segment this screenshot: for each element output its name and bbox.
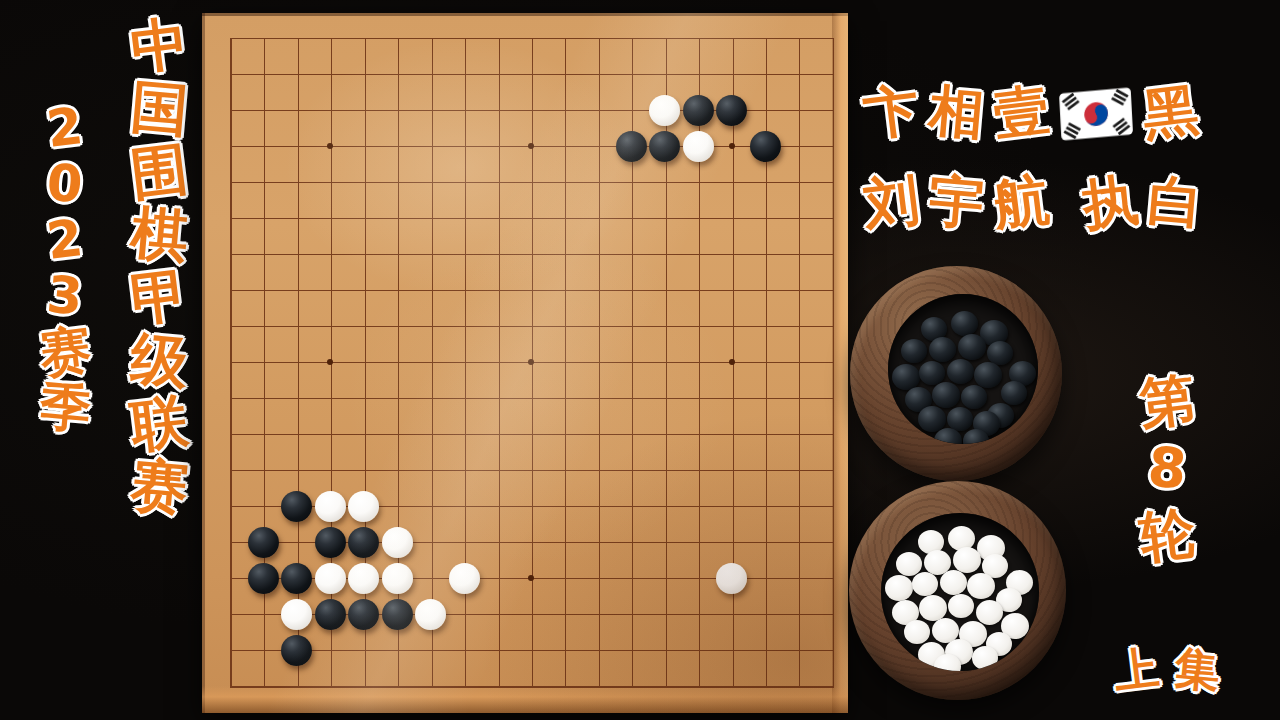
text-char: 甲 bbox=[127, 263, 191, 332]
bowl-black-stone bbox=[892, 364, 920, 390]
bowl-black-stone bbox=[1001, 381, 1027, 405]
black-stone bbox=[281, 491, 312, 522]
bowl-black-stone bbox=[961, 385, 987, 409]
text-char: 白 bbox=[1145, 164, 1206, 243]
white-stone bbox=[683, 131, 714, 162]
white-color-label: 执白 bbox=[1083, 166, 1203, 240]
bowl-white-stone bbox=[976, 600, 1003, 625]
text-char: 卞 bbox=[860, 73, 924, 153]
text-char: 刘 bbox=[860, 163, 924, 243]
bowl-black-stone bbox=[951, 311, 978, 336]
text-char: 赛 bbox=[36, 321, 93, 383]
text-char: 3 bbox=[45, 267, 85, 326]
text-char: 赛 bbox=[128, 453, 190, 521]
text-char: 航 bbox=[990, 163, 1054, 243]
white-stone bbox=[281, 599, 312, 630]
season-label: 2023赛季 bbox=[34, 100, 96, 436]
bowl-black-stone bbox=[929, 337, 956, 362]
text-char: 宇 bbox=[926, 164, 987, 243]
south-korea-flag-icon bbox=[1058, 85, 1134, 141]
text-char: 第 bbox=[1136, 365, 1199, 438]
black-stone bbox=[248, 563, 279, 594]
bowl-white-stone bbox=[885, 575, 913, 601]
player-info-white: 刘宇航 执白 bbox=[864, 166, 1203, 240]
text-char: 执 bbox=[1079, 163, 1143, 243]
text-char: 棋 bbox=[128, 201, 190, 269]
bowl-black-stone bbox=[974, 362, 1002, 388]
bowl-white-stone bbox=[948, 594, 974, 618]
bowl-white-stone bbox=[919, 595, 947, 621]
text-char: 2 bbox=[44, 98, 86, 158]
text-char: 围 bbox=[127, 137, 191, 206]
bowl-white-stone bbox=[953, 547, 981, 573]
black-stone bbox=[683, 95, 714, 126]
black-stone bbox=[750, 131, 781, 162]
black-stone bbox=[649, 131, 680, 162]
bowl-white-stone bbox=[904, 620, 930, 644]
board-intersections bbox=[213, 20, 849, 704]
black-stone bbox=[281, 563, 312, 594]
bowl-white-stone bbox=[940, 570, 967, 595]
black-stone bbox=[382, 599, 413, 630]
text-char: 中 bbox=[127, 11, 191, 80]
text-char: 集 bbox=[1172, 638, 1222, 702]
text-char: 黑 bbox=[1139, 73, 1203, 153]
black-stone bbox=[315, 527, 346, 558]
bowl-white-stone bbox=[912, 572, 938, 596]
black-stone bbox=[348, 599, 379, 630]
bowl-black-stone bbox=[932, 382, 960, 408]
board-left-edge bbox=[202, 13, 205, 713]
star-point bbox=[327, 359, 333, 365]
bowl-black-stone bbox=[947, 359, 974, 384]
white-stone bbox=[315, 491, 346, 522]
text-char: 相 bbox=[926, 74, 987, 153]
star-point bbox=[528, 575, 534, 581]
white-stone bbox=[348, 563, 379, 594]
star-point bbox=[327, 143, 333, 149]
black-color-label: 黑 bbox=[1143, 76, 1198, 150]
white-bowl-opening bbox=[881, 513, 1039, 671]
text-char: 轮 bbox=[1136, 499, 1199, 572]
star-point bbox=[729, 359, 735, 365]
text-char: 2 bbox=[44, 210, 86, 270]
black-stone-bowl bbox=[850, 266, 1062, 481]
go-board bbox=[202, 13, 848, 713]
black-player-name: 卞相壹 bbox=[864, 76, 1049, 150]
white-stone bbox=[716, 563, 747, 594]
white-stone bbox=[382, 527, 413, 558]
bowl-black-stone bbox=[919, 361, 945, 385]
text-char: 国 bbox=[128, 75, 190, 143]
text-char: 联 bbox=[127, 389, 191, 458]
star-point bbox=[528, 359, 534, 365]
round-label: 第8轮 bbox=[1136, 368, 1198, 569]
bowl-white-stone bbox=[972, 646, 998, 670]
text-char: 级 bbox=[128, 327, 190, 395]
text-char: 季 bbox=[37, 378, 93, 438]
bowl-white-stone bbox=[967, 573, 995, 599]
bowl-black-stone bbox=[901, 339, 927, 363]
bowl-black-stone bbox=[958, 334, 986, 360]
board-top-edge bbox=[202, 13, 848, 16]
white-stone bbox=[415, 599, 446, 630]
text-char: 0 bbox=[45, 155, 85, 214]
text-char: 壹 bbox=[990, 73, 1054, 153]
black-stone bbox=[348, 527, 379, 558]
episode-label: 上集 bbox=[1114, 640, 1220, 700]
black-stone bbox=[716, 95, 747, 126]
white-stone-bowl bbox=[849, 481, 1066, 700]
black-stone bbox=[315, 599, 346, 630]
white-stone bbox=[649, 95, 680, 126]
player-info-black: 卞相壹 黑 bbox=[864, 76, 1198, 150]
video-frame: 2023赛季 中国围棋甲级联赛 卞相壹 bbox=[0, 0, 1280, 720]
black-bowl-opening bbox=[888, 294, 1038, 444]
white-stone bbox=[382, 563, 413, 594]
star-point bbox=[528, 143, 534, 149]
white-player-name: 刘宇航 bbox=[864, 166, 1049, 240]
black-stone bbox=[281, 635, 312, 666]
star-point bbox=[729, 143, 735, 149]
text-char: 上 bbox=[1111, 637, 1163, 702]
black-stone bbox=[616, 131, 647, 162]
black-stone bbox=[248, 527, 279, 558]
white-stone bbox=[315, 563, 346, 594]
text-char: 8 bbox=[1145, 433, 1189, 503]
white-stone bbox=[449, 563, 480, 594]
white-stone bbox=[348, 491, 379, 522]
event-title: 中国围棋甲级联赛 bbox=[126, 14, 192, 518]
